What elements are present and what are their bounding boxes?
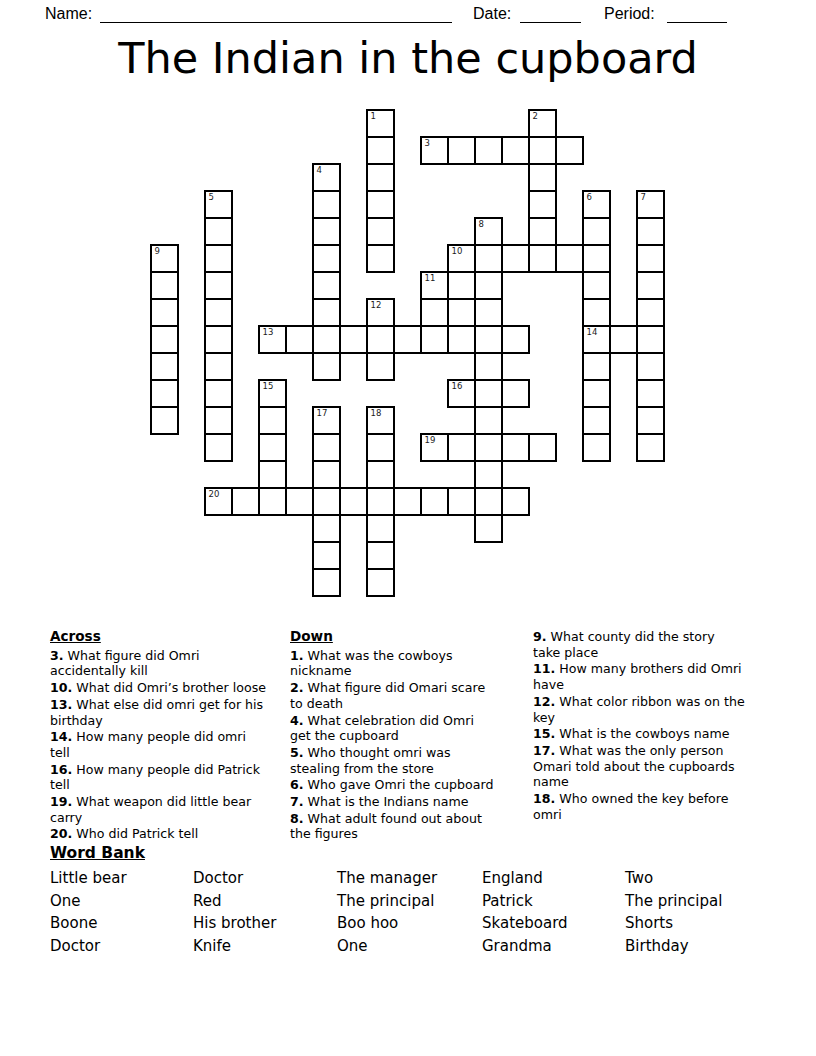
grid-cell-r12c6[interactable] bbox=[312, 433, 341, 462]
grid-cell-r14c8[interactable] bbox=[366, 487, 395, 516]
down-clue-5: 5. Who thought omri was stealing from th… bbox=[290, 745, 530, 776]
grid-cell-r2c14[interactable] bbox=[528, 163, 557, 192]
grid-cell-r8c7[interactable] bbox=[339, 325, 368, 354]
clue-number: 17. bbox=[533, 743, 555, 758]
grid-cell-r5c14[interactable] bbox=[528, 244, 557, 273]
clue-number: 18. bbox=[533, 791, 555, 806]
cell-number-19: 19 bbox=[425, 436, 436, 445]
clue-number: 13. bbox=[50, 697, 72, 712]
clue-number: 12. bbox=[533, 694, 555, 709]
grid-cell-r14c2[interactable]: 20 bbox=[204, 487, 233, 516]
word-bank-item-r0c0: Little bear bbox=[50, 867, 193, 890]
grid-cell-r7c16[interactable] bbox=[582, 298, 611, 327]
grid-cell-r9c12[interactable] bbox=[474, 352, 503, 381]
grid-cell-r0c14[interactable]: 2 bbox=[528, 109, 557, 138]
grid-cell-r1c10[interactable]: 3 bbox=[420, 136, 449, 165]
down-clue-17: 17. What was the only person Omari told … bbox=[533, 743, 773, 790]
cell-number-8: 8 bbox=[479, 220, 484, 229]
clue-text: What figure did Omari scare to death bbox=[290, 680, 485, 711]
across-clue-16: 16. How many people did Patrick tell bbox=[50, 762, 290, 793]
grid-cell-r6c10[interactable]: 11 bbox=[420, 271, 449, 300]
grid-cell-r5c0[interactable]: 9 bbox=[150, 244, 179, 273]
cell-number-10: 10 bbox=[452, 247, 463, 256]
grid-cell-r11c4[interactable] bbox=[258, 406, 287, 435]
clue-text: What adult found out about the figures bbox=[290, 811, 482, 842]
grid-cell-r6c6[interactable] bbox=[312, 271, 341, 300]
down-clue-4: 4. What celebration did Omri get the cup… bbox=[290, 713, 530, 744]
across-clues-column: Across 3. What figure did Omri accidenta… bbox=[50, 629, 290, 843]
clue-number: 4. bbox=[290, 713, 304, 728]
cell-number-12: 12 bbox=[371, 301, 382, 310]
grid-cell-r12c13[interactable] bbox=[501, 433, 530, 462]
grid-cell-r8c16[interactable]: 14 bbox=[582, 325, 611, 354]
name-input-line[interactable] bbox=[100, 3, 452, 23]
clue-number: 14. bbox=[50, 729, 72, 744]
cell-number-11: 11 bbox=[425, 274, 436, 283]
grid-cell-r7c6[interactable] bbox=[312, 298, 341, 327]
down-clue-9: 9. What county did the story take place bbox=[533, 629, 773, 660]
across-header: Across bbox=[50, 629, 290, 645]
grid-cell-r4c14[interactable] bbox=[528, 217, 557, 246]
down-clue-15: 15. What is the cowboys name bbox=[533, 726, 773, 742]
clue-text: Who gave Omri the cupboard bbox=[304, 777, 494, 792]
cell-number-9: 9 bbox=[155, 247, 160, 256]
word-bank-item-r1c0: One bbox=[50, 890, 193, 913]
clue-text: How many brothers did Omri have bbox=[533, 661, 742, 692]
grid-cell-r7c2[interactable] bbox=[204, 298, 233, 327]
grid-cell-r10c4[interactable]: 15 bbox=[258, 379, 287, 408]
grid-cell-r14c4[interactable] bbox=[258, 487, 287, 516]
grid-cell-r6c12[interactable] bbox=[474, 271, 503, 300]
clue-number: 11. bbox=[533, 661, 555, 676]
word-bank-item-r3c2: One bbox=[337, 935, 482, 958]
grid-cell-r3c18[interactable]: 7 bbox=[636, 190, 665, 219]
grid-cell-r5c12[interactable] bbox=[474, 244, 503, 273]
grid-cell-r8c6[interactable] bbox=[312, 325, 341, 354]
clue-text: Who owned the key before omri bbox=[533, 791, 728, 822]
down-clue-8: 8. What adult found out about the figure… bbox=[290, 811, 530, 842]
grid-cell-r7c8[interactable]: 12 bbox=[366, 298, 395, 327]
grid-cell-r7c0[interactable] bbox=[150, 298, 179, 327]
grid-cell-r4c2[interactable] bbox=[204, 217, 233, 246]
grid-cell-r8c18[interactable] bbox=[636, 325, 665, 354]
grid-cell-r8c11[interactable] bbox=[447, 325, 476, 354]
grid-cell-r10c13[interactable] bbox=[501, 379, 530, 408]
grid-cell-r11c16[interactable] bbox=[582, 406, 611, 435]
grid-cell-r10c0[interactable] bbox=[150, 379, 179, 408]
across-clue-19: 19. What weapon did little bear carry bbox=[50, 794, 290, 825]
grid-cell-r8c17[interactable] bbox=[609, 325, 638, 354]
word-bank-item-r0c4: Two bbox=[625, 867, 766, 890]
grid-cell-r4c16[interactable] bbox=[582, 217, 611, 246]
grid-cell-r17c6[interactable] bbox=[312, 568, 341, 597]
clue-text: What is the Indians name bbox=[304, 794, 469, 809]
cell-number-3: 3 bbox=[425, 139, 430, 148]
word-bank-item-r1c1: Red bbox=[193, 890, 337, 913]
clue-number: 9. bbox=[533, 629, 547, 644]
grid-cell-r3c6[interactable] bbox=[312, 190, 341, 219]
grid-cell-r5c2[interactable] bbox=[204, 244, 233, 273]
date-label: Date: bbox=[473, 5, 511, 23]
word-bank-item-r0c1: Doctor bbox=[193, 867, 337, 890]
grid-cell-r13c4[interactable] bbox=[258, 460, 287, 489]
clue-text: What is the cowboys name bbox=[555, 726, 729, 741]
grid-cell-r4c12[interactable]: 8 bbox=[474, 217, 503, 246]
word-bank: Word Bank Little bearDoctorThe managerEn… bbox=[50, 844, 766, 957]
clue-text: How many people did Patrick tell bbox=[50, 762, 260, 793]
clue-number: 19. bbox=[50, 794, 72, 809]
grid-cell-r6c0[interactable] bbox=[150, 271, 179, 300]
cell-number-2: 2 bbox=[533, 112, 538, 121]
clue-text: What else did omri get for his birthday bbox=[50, 697, 263, 728]
word-bank-item-r2c1: His brother bbox=[193, 912, 337, 935]
across-clue-13: 13. What else did omri get for his birth… bbox=[50, 697, 290, 728]
grid-cell-r5c13[interactable] bbox=[501, 244, 530, 273]
grid-cell-r4c6[interactable] bbox=[312, 217, 341, 246]
worksheet-page: Name: Date: Period: The Indian in the cu… bbox=[0, 0, 816, 1056]
grid-cell-r2c6[interactable]: 4 bbox=[312, 163, 341, 192]
clue-text: What was the only person Omari told abou… bbox=[533, 743, 735, 789]
grid-cell-r5c15[interactable] bbox=[555, 244, 584, 273]
grid-cell-r8c0[interactable] bbox=[150, 325, 179, 354]
grid-cell-r14c5[interactable] bbox=[285, 487, 314, 516]
grid-cell-r4c18[interactable] bbox=[636, 217, 665, 246]
across-clue-3: 3. What figure did Omri accidentally kil… bbox=[50, 648, 290, 679]
down-clue-11: 11. How many brothers did Omri have bbox=[533, 661, 773, 692]
grid-cell-r14c9[interactable] bbox=[393, 487, 422, 516]
clue-number: 1. bbox=[290, 648, 304, 663]
grid-cell-r1c13[interactable] bbox=[501, 136, 530, 165]
clue-text: Who thought omri was stealing from the s… bbox=[290, 745, 450, 776]
cell-number-17: 17 bbox=[317, 409, 328, 418]
down-clue-7: 7. What is the Indians name bbox=[290, 794, 530, 810]
grid-cell-r14c10[interactable] bbox=[420, 487, 449, 516]
word-bank-item-r0c2: The manager bbox=[337, 867, 482, 890]
cell-number-20: 20 bbox=[209, 490, 220, 499]
grid-cell-r16c6[interactable] bbox=[312, 541, 341, 570]
grid-cell-r5c16[interactable] bbox=[582, 244, 611, 273]
clue-number: 2. bbox=[290, 680, 304, 695]
down-header: Down bbox=[290, 629, 530, 645]
down-clues-column-continued: 9. What county did the story take place1… bbox=[533, 629, 773, 823]
grid-cell-r6c18[interactable] bbox=[636, 271, 665, 300]
grid-cell-r1c8[interactable] bbox=[366, 136, 395, 165]
grid-cell-r7c18[interactable] bbox=[636, 298, 665, 327]
grid-cell-r9c8[interactable] bbox=[366, 352, 395, 381]
cell-number-5: 5 bbox=[209, 193, 214, 202]
grid-cell-r15c6[interactable] bbox=[312, 514, 341, 543]
clue-number: 6. bbox=[290, 777, 304, 792]
grid-cell-r8c8[interactable] bbox=[366, 325, 395, 354]
grid-cell-r4c8[interactable] bbox=[366, 217, 395, 246]
grid-cell-r8c9[interactable] bbox=[393, 325, 422, 354]
cell-number-14: 14 bbox=[587, 328, 598, 337]
cell-number-4: 4 bbox=[317, 166, 322, 175]
cell-number-7: 7 bbox=[641, 193, 646, 202]
clue-text: Who did Patrick tell bbox=[72, 826, 198, 841]
grid-cell-r1c11[interactable] bbox=[447, 136, 476, 165]
page-title: The Indian in the cupboard bbox=[0, 33, 816, 85]
cell-number-15: 15 bbox=[263, 382, 274, 391]
word-bank-item-r2c3: Skateboard bbox=[482, 912, 625, 935]
clue-text: What county did the story take place bbox=[533, 629, 715, 660]
grid-cell-r8c2[interactable] bbox=[204, 325, 233, 354]
grid-cell-r12c8[interactable] bbox=[366, 433, 395, 462]
grid-cell-r8c13[interactable] bbox=[501, 325, 530, 354]
grid-cell-r1c12[interactable] bbox=[474, 136, 503, 165]
clue-text: What celebration did Omri get the cupboa… bbox=[290, 713, 474, 744]
grid-cell-r15c12[interactable] bbox=[474, 514, 503, 543]
grid-cell-r10c18[interactable] bbox=[636, 379, 665, 408]
grid-cell-r5c11[interactable]: 10 bbox=[447, 244, 476, 273]
grid-cell-r10c11[interactable]: 16 bbox=[447, 379, 476, 408]
grid-cell-r3c2[interactable]: 5 bbox=[204, 190, 233, 219]
grid-cell-r0c8[interactable]: 1 bbox=[366, 109, 395, 138]
across-clue-20: 20. Who did Patrick tell bbox=[50, 826, 290, 842]
word-bank-item-r3c3: Grandma bbox=[482, 935, 625, 958]
grid-cell-r8c10[interactable] bbox=[420, 325, 449, 354]
clue-text: How many people did omri tell bbox=[50, 729, 246, 760]
clue-number: 20. bbox=[50, 826, 72, 841]
down-clue-18: 18. Who owned the key before omri bbox=[533, 791, 773, 822]
worksheet-header: Name: Date: Period: bbox=[0, 3, 816, 29]
clue-number: 7. bbox=[290, 794, 304, 809]
grid-cell-r9c6[interactable] bbox=[312, 352, 341, 381]
down-clue-1: 1. What was the cowboys nickname bbox=[290, 648, 530, 679]
grid-cell-r16c8[interactable] bbox=[366, 541, 395, 570]
word-bank-item-r2c0: Boone bbox=[50, 912, 193, 935]
cell-number-18: 18 bbox=[371, 409, 382, 418]
grid-cell-r2c8[interactable] bbox=[366, 163, 395, 192]
clue-number: 5. bbox=[290, 745, 304, 760]
grid-cell-r14c13[interactable] bbox=[501, 487, 530, 516]
down-clue-2: 2. What figure did Omari scare to death bbox=[290, 680, 530, 711]
grid-cell-r13c6[interactable] bbox=[312, 460, 341, 489]
cell-number-1: 1 bbox=[371, 112, 376, 121]
down-clue-6: 6. Who gave Omri the cupboard bbox=[290, 777, 530, 793]
word-bank-header: Word Bank bbox=[50, 844, 766, 862]
down-clue-12: 12. What color ribbon was on the key bbox=[533, 694, 773, 725]
grid-cell-r3c8[interactable] bbox=[366, 190, 395, 219]
cell-number-6: 6 bbox=[587, 193, 592, 202]
grid-cell-r12c11[interactable] bbox=[447, 433, 476, 462]
grid-cell-r5c18[interactable] bbox=[636, 244, 665, 273]
date-input-line[interactable] bbox=[520, 3, 581, 23]
grid-cell-r9c18[interactable] bbox=[636, 352, 665, 381]
grid-cell-r5c6[interactable] bbox=[312, 244, 341, 273]
grid-cell-r8c5[interactable] bbox=[285, 325, 314, 354]
grid-cell-r5c8[interactable] bbox=[366, 244, 395, 273]
grid-cell-r14c3[interactable] bbox=[231, 487, 260, 516]
grid-cell-r10c2[interactable] bbox=[204, 379, 233, 408]
down-clues-column: Down 1. What was the cowboys nickname2. … bbox=[290, 629, 530, 843]
crossword-grid: 1234567891011121314151617181920 bbox=[151, 110, 664, 596]
word-bank-item-r1c3: Patrick bbox=[482, 890, 625, 913]
grid-cell-r3c16[interactable]: 6 bbox=[582, 190, 611, 219]
grid-cell-r12c10[interactable]: 19 bbox=[420, 433, 449, 462]
grid-cell-r14c7[interactable] bbox=[339, 487, 368, 516]
grid-cell-r3c14[interactable] bbox=[528, 190, 557, 219]
grid-cell-r12c2[interactable] bbox=[204, 433, 233, 462]
grid-cell-r12c14[interactable] bbox=[528, 433, 557, 462]
word-bank-item-r2c2: Boo hoo bbox=[337, 912, 482, 935]
clue-text: What figure did Omri accidentally kill bbox=[50, 648, 200, 679]
grid-cell-r12c12[interactable] bbox=[474, 433, 503, 462]
grid-cell-r15c8[interactable] bbox=[366, 514, 395, 543]
grid-cell-r10c16[interactable] bbox=[582, 379, 611, 408]
grid-cell-r8c4[interactable]: 13 bbox=[258, 325, 287, 354]
grid-cell-r8c12[interactable] bbox=[474, 325, 503, 354]
cell-number-16: 16 bbox=[452, 382, 463, 391]
grid-cell-r9c2[interactable] bbox=[204, 352, 233, 381]
word-bank-item-r2c4: Shorts bbox=[625, 912, 766, 935]
cell-number-13: 13 bbox=[263, 328, 274, 337]
grid-cell-r14c11[interactable] bbox=[447, 487, 476, 516]
grid-cell-r10c12[interactable] bbox=[474, 379, 503, 408]
clue-number: 10. bbox=[50, 680, 72, 695]
grid-cell-r14c6[interactable] bbox=[312, 487, 341, 516]
grid-cell-r1c14[interactable] bbox=[528, 136, 557, 165]
word-bank-item-r3c1: Knife bbox=[193, 935, 337, 958]
grid-cell-r14c12[interactable] bbox=[474, 487, 503, 516]
clue-number: 16. bbox=[50, 762, 72, 777]
name-label: Name: bbox=[45, 5, 92, 23]
grid-cell-r17c8[interactable] bbox=[366, 568, 395, 597]
clue-text: What did Omri’s brother loose bbox=[72, 680, 266, 695]
grid-cell-r11c12[interactable] bbox=[474, 406, 503, 435]
grid-cell-r13c8[interactable] bbox=[366, 460, 395, 489]
clue-text: What color ribbon was on the key bbox=[533, 694, 745, 725]
clue-text: What was the cowboys nickname bbox=[290, 648, 453, 679]
grid-cell-r12c4[interactable] bbox=[258, 433, 287, 462]
grid-cell-r1c15[interactable] bbox=[555, 136, 584, 165]
word-bank-item-r3c0: Doctor bbox=[50, 935, 193, 958]
period-label: Period: bbox=[604, 5, 655, 23]
grid-cell-r7c10[interactable] bbox=[420, 298, 449, 327]
grid-cell-r9c0[interactable] bbox=[150, 352, 179, 381]
clue-number: 3. bbox=[50, 648, 64, 663]
word-bank-item-r1c2: The principal bbox=[337, 890, 482, 913]
period-input-line[interactable] bbox=[667, 3, 727, 23]
word-bank-grid: Little bearDoctorThe managerEnglandTwoOn… bbox=[50, 867, 766, 957]
grid-cell-r12c18[interactable] bbox=[636, 433, 665, 462]
word-bank-item-r1c4: The principal bbox=[625, 890, 766, 913]
word-bank-item-r0c3: England bbox=[482, 867, 625, 890]
grid-cell-r6c2[interactable] bbox=[204, 271, 233, 300]
grid-cell-r11c6[interactable]: 17 bbox=[312, 406, 341, 435]
grid-cell-r13c12[interactable] bbox=[474, 460, 503, 489]
grid-cell-r6c11[interactable] bbox=[447, 271, 476, 300]
clue-number: 8. bbox=[290, 811, 304, 826]
grid-cell-r12c16[interactable] bbox=[582, 433, 611, 462]
grid-cell-r11c8[interactable]: 18 bbox=[366, 406, 395, 435]
grid-cell-r11c2[interactable] bbox=[204, 406, 233, 435]
grid-cell-r11c0[interactable] bbox=[150, 406, 179, 435]
across-clue-14: 14. How many people did omri tell bbox=[50, 729, 290, 760]
grid-cell-r11c18[interactable] bbox=[636, 406, 665, 435]
grid-cell-r6c16[interactable] bbox=[582, 271, 611, 300]
grid-cell-r7c12[interactable] bbox=[474, 298, 503, 327]
clue-number: 15. bbox=[533, 726, 555, 741]
across-clue-10: 10. What did Omri’s brother loose bbox=[50, 680, 290, 696]
grid-cell-r9c16[interactable] bbox=[582, 352, 611, 381]
word-bank-item-r3c4: Birthday bbox=[625, 935, 766, 958]
clue-text: What weapon did little bear carry bbox=[50, 794, 251, 825]
